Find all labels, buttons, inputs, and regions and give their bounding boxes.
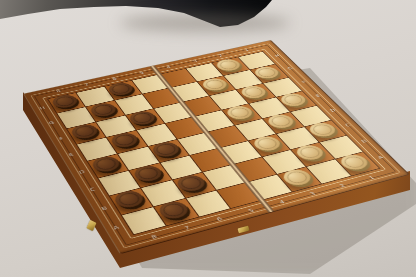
file-label-left-G: G <box>48 121 55 126</box>
file-label-right-F: F <box>301 80 307 84</box>
rank-label-bottom-1: 1 <box>368 175 376 180</box>
rank-label-top-3: 3 <box>192 59 198 63</box>
file-label-right-D: D <box>329 108 337 112</box>
rank-label-bottom-6: 6 <box>216 216 224 222</box>
file-label-right-B: B <box>360 139 368 144</box>
file-label-right-H: H <box>274 54 281 58</box>
file-label-left-B: B <box>101 206 109 212</box>
file-label-left-E: E <box>68 153 75 158</box>
rank-label-top-5: 5 <box>139 71 145 75</box>
rank-label-bottom-5: 5 <box>247 208 255 213</box>
rank-label-top-8: 8 <box>55 89 61 93</box>
file-label-right-E: E <box>315 94 322 98</box>
bag-shadow <box>120 14 290 32</box>
brass-clasp <box>86 220 96 231</box>
rank-label-top-7: 7 <box>84 83 90 87</box>
rank-label-top-1: 1 <box>243 48 249 52</box>
rank-label-bottom-7: 7 <box>183 225 191 231</box>
file-label-right-A: A <box>377 155 385 160</box>
photo-background: 8877665544332211HHGGFFEEDDCCBBAA <box>0 0 416 277</box>
rank-label-top-4: 4 <box>166 65 172 69</box>
rank-label-top-2: 2 <box>218 54 224 58</box>
file-label-right-C: C <box>344 123 352 127</box>
file-label-left-C: C <box>89 187 96 192</box>
file-label-left-F: F <box>58 136 64 140</box>
rank-label-bottom-8: 8 <box>150 234 158 240</box>
rank-label-bottom-3: 3 <box>309 191 317 196</box>
file-label-left-D: D <box>78 169 86 174</box>
file-label-left-H: H <box>39 106 46 110</box>
rank-label-top-6: 6 <box>111 77 117 81</box>
file-label-left-A: A <box>112 225 120 231</box>
file-label-right-G: G <box>287 67 294 71</box>
rank-label-bottom-2: 2 <box>338 183 346 188</box>
checker-dark-a7[interactable] <box>158 201 194 223</box>
rank-label-bottom-4: 4 <box>278 200 286 205</box>
